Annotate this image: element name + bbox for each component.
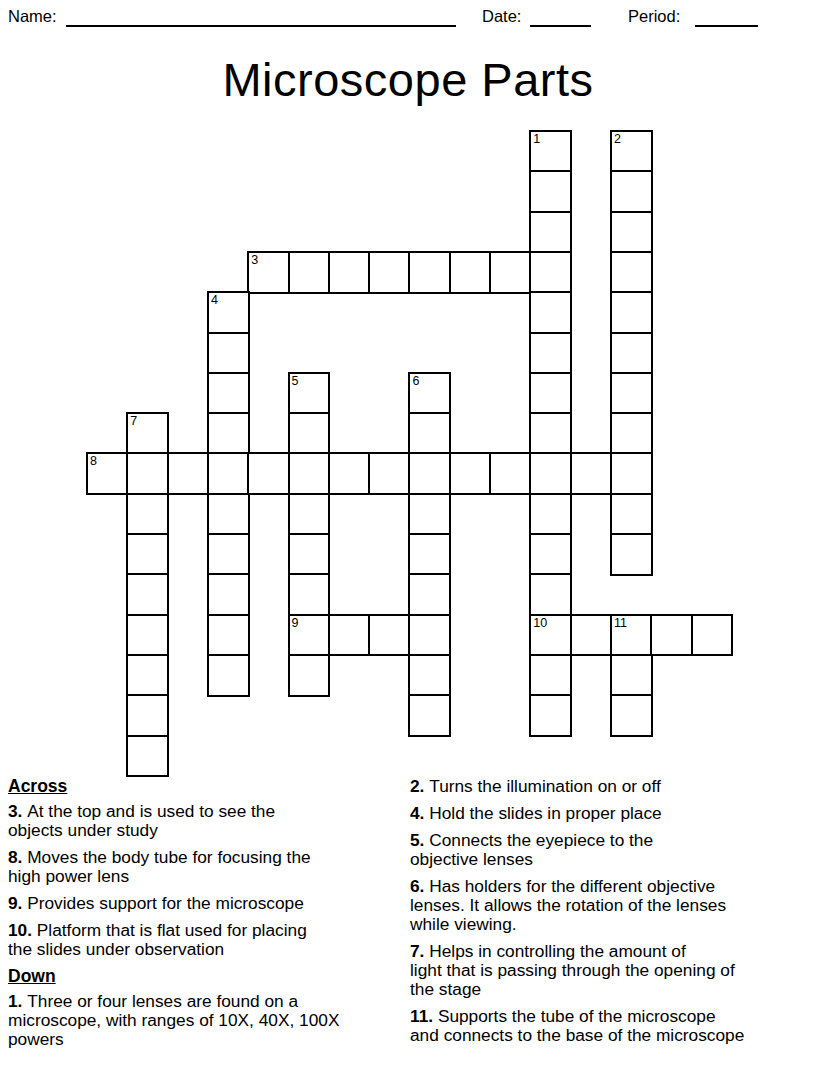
grid-cell[interactable] [610, 170, 653, 213]
grid-cell[interactable]: 2 [610, 130, 653, 173]
grid-cell[interactable] [167, 452, 210, 495]
grid-cell[interactable] [529, 694, 572, 737]
clue-item: 5. Connects the eyepiece to theobjective… [410, 831, 814, 869]
grid-cell[interactable] [207, 412, 250, 455]
clue-text: 6. Has holders for the different objecti… [410, 877, 814, 896]
grid-cell[interactable] [610, 412, 653, 455]
clue-number: 5. [410, 830, 429, 850]
clue-text: 3. At the top and is used to see the [8, 802, 406, 821]
clue-text: light that is passing through the openin… [410, 961, 814, 980]
clue-text: 11. Supports the tube of the microscope [410, 1007, 814, 1026]
grid-cell[interactable] [610, 452, 653, 495]
grid-cell[interactable] [610, 654, 653, 697]
clue-text: objects under study [8, 821, 406, 840]
grid-cell[interactable]: 10 [529, 614, 572, 657]
grid-cell[interactable] [529, 654, 572, 697]
grid-cell[interactable] [126, 614, 169, 657]
grid-cell[interactable]: 5 [288, 372, 331, 415]
grid-cell[interactable] [368, 251, 411, 294]
grid-cell[interactable] [328, 614, 371, 657]
grid-cell[interactable] [126, 654, 169, 697]
grid-cell[interactable] [610, 493, 653, 536]
clue-number-label: 6 [412, 374, 419, 388]
clue-text: 9. Provides support for the microscope [8, 894, 406, 913]
grid-cell[interactable] [529, 211, 572, 254]
clue-number: 4. [410, 803, 429, 823]
clue-column-left: Across3. At the top and is used to see t… [8, 777, 406, 1057]
clue-item: 3. At the top and is used to see theobje… [8, 802, 406, 840]
clue-column-right: 2. Turns the illumination on or off4. Ho… [410, 777, 814, 1053]
clue-text: microscope, with ranges of 10X, 40X, 100… [8, 1011, 406, 1030]
grid-cell[interactable] [126, 493, 169, 536]
down-heading: Down [8, 967, 406, 986]
grid-cell[interactable] [126, 735, 169, 778]
clue-text: powers [8, 1030, 406, 1049]
grid-cell[interactable] [408, 452, 451, 495]
grid-cell[interactable] [529, 332, 572, 375]
clue-item: 7. Helps in controlling the amount oflig… [410, 942, 814, 999]
grid-cell[interactable] [610, 372, 653, 415]
grid-cell[interactable] [247, 452, 290, 495]
grid-cell[interactable] [408, 493, 451, 536]
clue-text: 10. Platform that is flat used for placi… [8, 921, 406, 940]
clue-number-label: 10 [533, 616, 547, 630]
clue-text: high power lens [8, 867, 406, 886]
grid-cell[interactable] [207, 614, 250, 657]
grid-cell[interactable] [288, 251, 331, 294]
grid-cell[interactable] [408, 573, 451, 616]
grid-cell[interactable] [408, 251, 451, 294]
grid-cell[interactable] [610, 251, 653, 294]
clue-item: 9. Provides support for the microscope [8, 894, 406, 913]
clue-text: objective lenses [410, 850, 814, 869]
clue-number: 8. [8, 847, 27, 867]
grid-cell[interactable] [288, 452, 331, 495]
period-label: Period: [628, 7, 680, 26]
grid-cell[interactable] [489, 452, 532, 495]
grid-cell[interactable]: 6 [408, 372, 451, 415]
grid-cell[interactable] [570, 452, 613, 495]
clue-item: 11. Supports the tube of the microscopea… [410, 1007, 814, 1045]
clue-text: 5. Connects the eyepiece to the [410, 831, 814, 850]
grid-cell[interactable] [529, 493, 572, 536]
grid-cell[interactable]: 7 [126, 412, 169, 455]
page-title: Microscope Parts [0, 52, 816, 107]
grid-cell[interactable] [207, 493, 250, 536]
clue-number-label: 7 [130, 414, 137, 428]
grid-cell[interactable] [610, 694, 653, 737]
clue-item: 4. Hold the slides in proper place [410, 804, 814, 823]
clue-number-label: 8 [90, 454, 97, 468]
grid-cell[interactable] [328, 452, 371, 495]
clue-number: 2. [410, 776, 429, 796]
grid-cell[interactable] [368, 614, 411, 657]
grid-cell[interactable] [610, 291, 653, 334]
grid-cell[interactable]: 8 [86, 452, 129, 495]
grid-cell[interactable] [288, 493, 331, 536]
clue-text: 8. Moves the body tube for focusing the [8, 848, 406, 867]
grid-cell[interactable] [610, 211, 653, 254]
grid-cell[interactable] [650, 614, 693, 657]
grid-cell[interactable] [529, 291, 572, 334]
grid-cell[interactable] [207, 654, 250, 697]
clue-text: 1. Three or four lenses are found on a [8, 992, 406, 1011]
grid-cell[interactable]: 1 [529, 130, 572, 173]
grid-cell[interactable] [126, 694, 169, 737]
grid-cell[interactable] [408, 694, 451, 737]
clue-number-label: 3 [251, 253, 258, 267]
clue-number: 10. [8, 920, 37, 940]
clue-number: 1. [8, 991, 27, 1011]
clue-number: 11. [410, 1006, 438, 1026]
clue-number-label: 5 [292, 374, 299, 388]
grid-cell[interactable] [126, 533, 169, 576]
grid-cell[interactable] [408, 614, 451, 657]
grid-cell[interactable] [529, 372, 572, 415]
clue-item: 1. Three or four lenses are found on ami… [8, 992, 406, 1049]
grid-cell[interactable] [691, 614, 734, 657]
grid-cell[interactable] [368, 452, 411, 495]
grid-cell[interactable] [449, 251, 492, 294]
clue-item: 8. Moves the body tube for focusing theh… [8, 848, 406, 886]
grid-cell[interactable] [207, 332, 250, 375]
grid-cell[interactable] [207, 452, 250, 495]
period-blank-line[interactable] [695, 6, 758, 27]
clue-item: 10. Platform that is flat used for placi… [8, 921, 406, 959]
clue-text: the slides under observation [8, 940, 406, 959]
clue-number: 6. [410, 876, 429, 896]
grid-cell[interactable] [489, 251, 532, 294]
grid-cell[interactable] [529, 533, 572, 576]
clue-number: 3. [8, 801, 27, 821]
clue-number-label: 11 [614, 616, 627, 630]
grid-cell[interactable]: 4 [207, 291, 250, 334]
grid-cell[interactable] [570, 614, 613, 657]
clue-number: 7. [410, 941, 429, 961]
grid-cell[interactable] [126, 452, 169, 495]
clue-text: 2. Turns the illumination on or off [410, 777, 814, 796]
clue-text: 4. Hold the slides in proper place [410, 804, 814, 823]
date-label: Date: [482, 7, 521, 26]
grid-cell[interactable]: 11 [610, 614, 653, 657]
grid-cell[interactable] [529, 452, 572, 495]
grid-cell[interactable]: 9 [288, 614, 331, 657]
grid-cell[interactable] [610, 533, 653, 576]
across-heading: Across [8, 777, 406, 796]
date-blank-line[interactable] [530, 6, 591, 27]
grid-cell[interactable] [529, 251, 572, 294]
name-label: Name: [8, 7, 57, 26]
clue-text: and connects to the base of the microsco… [410, 1026, 814, 1045]
grid-cell[interactable] [449, 452, 492, 495]
clue-text: lenses. It allows the rotation of the le… [410, 896, 814, 915]
grid-cell[interactable]: 3 [247, 251, 290, 294]
grid-cell[interactable] [207, 573, 250, 616]
clue-item: 6. Has holders for the different objecti… [410, 877, 814, 934]
grid-cell[interactable] [408, 533, 451, 576]
grid-cell[interactable] [288, 573, 331, 616]
grid-cell[interactable] [207, 533, 250, 576]
grid-cell[interactable] [328, 251, 371, 294]
clue-number: 9. [8, 893, 27, 913]
clue-text: the stage [410, 980, 814, 999]
grid-cell[interactable] [610, 332, 653, 375]
grid-cell[interactable] [126, 573, 169, 616]
clue-item: 2. Turns the illumination on or off [410, 777, 814, 796]
grid-cell[interactable] [207, 372, 250, 415]
clue-text: 7. Helps in controlling the amount of [410, 942, 814, 961]
worksheet-page: Name: Date: Period: Microscope Parts 123… [0, 0, 816, 1083]
clue-number-label: 1 [533, 132, 540, 146]
grid-cell[interactable] [288, 412, 331, 455]
crossword-grid: 1234567891011 [86, 130, 734, 778]
grid-cell[interactable] [529, 412, 572, 455]
clue-number-label: 2 [614, 132, 621, 146]
grid-cell[interactable] [408, 412, 451, 455]
grid-cell[interactable] [529, 573, 572, 616]
clue-number-label: 4 [211, 293, 218, 307]
grid-cell[interactable] [288, 654, 331, 697]
grid-cell[interactable] [529, 170, 572, 213]
clue-text: while viewing. [410, 915, 814, 934]
grid-cell[interactable] [408, 654, 451, 697]
clue-number-label: 9 [292, 616, 299, 630]
grid-cell[interactable] [288, 533, 331, 576]
name-blank-line[interactable] [66, 6, 456, 27]
